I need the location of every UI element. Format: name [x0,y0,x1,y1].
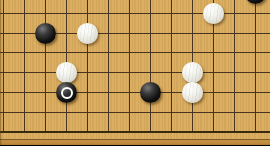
board-bottom-edge [0,139,270,146]
go-board-screenshot [0,0,270,145]
grid-line-board-edge [0,131,270,133]
board-left-shade [0,0,2,145]
grid-line-horizontal [0,112,270,113]
white-stone [77,23,98,44]
grid-line-horizontal [0,52,270,53]
grid-line-vertical [129,0,130,133]
grid-line-horizontal [0,92,270,93]
go-board[interactable] [0,0,270,145]
last-move-marker [61,87,73,99]
grid-line-vertical [24,0,25,133]
grid-line-vertical [150,0,151,133]
grid-line-horizontal [0,13,270,14]
black-stone [56,82,77,103]
grid-line-vertical [87,0,88,133]
grid-line-vertical [234,0,235,133]
white-stone [203,3,224,24]
grid-line-vertical [171,0,172,133]
black-stone [35,23,56,44]
white-stone [182,82,203,103]
white-stone [182,62,203,83]
grid-line-vertical [255,0,256,133]
grid-line-horizontal [0,72,270,73]
black-stone-partial [245,0,266,4]
white-stone [56,62,77,83]
black-stone [140,82,161,103]
grid-line-vertical [108,0,109,133]
grid-line-vertical [45,0,46,133]
grid-line-vertical [3,0,4,133]
